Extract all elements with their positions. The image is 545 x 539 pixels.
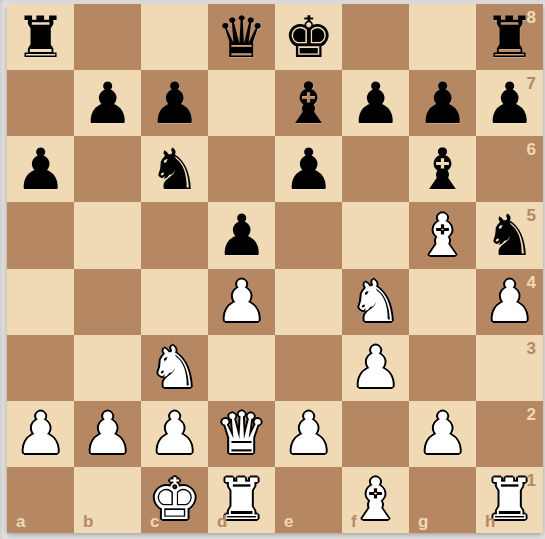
square-h7[interactable]: ♟7 bbox=[476, 70, 543, 136]
rank-label-3: 3 bbox=[527, 340, 536, 357]
rank-label-6: 6 bbox=[527, 141, 536, 158]
black-bishop[interactable]: ♝ bbox=[409, 136, 476, 202]
square-f7[interactable]: ♟ bbox=[342, 70, 409, 136]
square-c5[interactable] bbox=[141, 202, 208, 268]
square-h6[interactable]: 6 bbox=[476, 136, 543, 202]
square-h5[interactable]: ♞5 bbox=[476, 202, 543, 268]
square-f1[interactable]: ♝f bbox=[342, 467, 409, 533]
square-e2[interactable]: ♟ bbox=[275, 401, 342, 467]
white-pawn[interactable]: ♟ bbox=[476, 269, 543, 335]
square-d6[interactable] bbox=[208, 136, 275, 202]
square-c2[interactable]: ♟ bbox=[141, 401, 208, 467]
square-a8[interactable]: ♜ bbox=[7, 4, 74, 70]
square-h1[interactable]: ♜h1 bbox=[476, 467, 543, 533]
white-rook[interactable]: ♜ bbox=[476, 467, 543, 533]
square-g7[interactable]: ♟ bbox=[409, 70, 476, 136]
square-c4[interactable] bbox=[141, 269, 208, 335]
square-c7[interactable]: ♟ bbox=[141, 70, 208, 136]
black-knight[interactable]: ♞ bbox=[476, 202, 543, 268]
black-rook[interactable]: ♜ bbox=[7, 4, 74, 70]
square-a4[interactable] bbox=[7, 269, 74, 335]
square-b8[interactable] bbox=[74, 4, 141, 70]
black-knight[interactable]: ♞ bbox=[141, 136, 208, 202]
square-e8[interactable]: ♚ bbox=[275, 4, 342, 70]
square-e7[interactable]: ♝ bbox=[275, 70, 342, 136]
square-h3[interactable]: 3 bbox=[476, 335, 543, 401]
square-b2[interactable]: ♟ bbox=[74, 401, 141, 467]
square-d8[interactable]: ♛ bbox=[208, 4, 275, 70]
white-bishop[interactable]: ♝ bbox=[342, 467, 409, 533]
square-g6[interactable]: ♝ bbox=[409, 136, 476, 202]
square-a1[interactable]: a bbox=[7, 467, 74, 533]
black-pawn[interactable]: ♟ bbox=[275, 136, 342, 202]
black-pawn[interactable]: ♟ bbox=[409, 70, 476, 136]
black-king[interactable]: ♚ bbox=[275, 4, 342, 70]
square-h8[interactable]: ♜8 bbox=[476, 4, 543, 70]
square-g8[interactable] bbox=[409, 4, 476, 70]
square-c1[interactable]: ♚c bbox=[141, 467, 208, 533]
square-d5[interactable]: ♟ bbox=[208, 202, 275, 268]
white-pawn[interactable]: ♟ bbox=[7, 401, 74, 467]
white-bishop[interactable]: ♝ bbox=[409, 202, 476, 268]
rank-label-2: 2 bbox=[527, 406, 536, 423]
white-king[interactable]: ♚ bbox=[141, 467, 208, 533]
black-pawn[interactable]: ♟ bbox=[7, 136, 74, 202]
white-rook[interactable]: ♜ bbox=[208, 467, 275, 533]
square-e1[interactable]: e bbox=[275, 467, 342, 533]
square-a7[interactable] bbox=[7, 70, 74, 136]
page-background: ♜♛♚♜8♟♟♝♟♟♟7♟♞♟♝6♟♝♞5♟♞♟4♞♟3♟♟♟♛♟♟2ab♚c♜… bbox=[0, 0, 545, 539]
square-g1[interactable]: g bbox=[409, 467, 476, 533]
file-label-g: g bbox=[418, 513, 428, 530]
square-d4[interactable]: ♟ bbox=[208, 269, 275, 335]
square-d3[interactable] bbox=[208, 335, 275, 401]
square-e4[interactable] bbox=[275, 269, 342, 335]
square-g2[interactable]: ♟ bbox=[409, 401, 476, 467]
square-e6[interactable]: ♟ bbox=[275, 136, 342, 202]
square-d1[interactable]: ♜d bbox=[208, 467, 275, 533]
square-d7[interactable] bbox=[208, 70, 275, 136]
square-b1[interactable]: b bbox=[74, 467, 141, 533]
square-e5[interactable] bbox=[275, 202, 342, 268]
square-a3[interactable] bbox=[7, 335, 74, 401]
white-pawn[interactable]: ♟ bbox=[208, 269, 275, 335]
square-f5[interactable] bbox=[342, 202, 409, 268]
white-pawn[interactable]: ♟ bbox=[275, 401, 342, 467]
white-queen[interactable]: ♛ bbox=[208, 401, 275, 467]
square-g3[interactable] bbox=[409, 335, 476, 401]
square-a5[interactable] bbox=[7, 202, 74, 268]
square-h4[interactable]: ♟4 bbox=[476, 269, 543, 335]
black-pawn[interactable]: ♟ bbox=[141, 70, 208, 136]
white-pawn[interactable]: ♟ bbox=[141, 401, 208, 467]
square-f4[interactable]: ♞ bbox=[342, 269, 409, 335]
black-queen[interactable]: ♛ bbox=[208, 4, 275, 70]
square-f6[interactable] bbox=[342, 136, 409, 202]
square-h2[interactable]: 2 bbox=[476, 401, 543, 467]
square-g5[interactable]: ♝ bbox=[409, 202, 476, 268]
chess-board: ♜♛♚♜8♟♟♝♟♟♟7♟♞♟♝6♟♝♞5♟♞♟4♞♟3♟♟♟♛♟♟2ab♚c♜… bbox=[7, 4, 543, 533]
file-label-e: e bbox=[284, 513, 293, 530]
square-c3[interactable]: ♞ bbox=[141, 335, 208, 401]
file-label-b: b bbox=[83, 513, 93, 530]
square-b4[interactable] bbox=[74, 269, 141, 335]
square-b7[interactable]: ♟ bbox=[74, 70, 141, 136]
square-f3[interactable]: ♟ bbox=[342, 335, 409, 401]
square-e3[interactable] bbox=[275, 335, 342, 401]
black-pawn[interactable]: ♟ bbox=[74, 70, 141, 136]
square-d2[interactable]: ♛ bbox=[208, 401, 275, 467]
black-pawn[interactable]: ♟ bbox=[476, 70, 543, 136]
square-a6[interactable]: ♟ bbox=[7, 136, 74, 202]
square-f8[interactable] bbox=[342, 4, 409, 70]
black-pawn[interactable]: ♟ bbox=[342, 70, 409, 136]
file-label-a: a bbox=[16, 513, 25, 530]
white-pawn[interactable]: ♟ bbox=[342, 335, 409, 401]
white-knight[interactable]: ♞ bbox=[141, 335, 208, 401]
square-a2[interactable]: ♟ bbox=[7, 401, 74, 467]
square-g4[interactable] bbox=[409, 269, 476, 335]
white-pawn[interactable]: ♟ bbox=[74, 401, 141, 467]
square-c6[interactable]: ♞ bbox=[141, 136, 208, 202]
black-rook[interactable]: ♜ bbox=[476, 4, 543, 70]
white-pawn[interactable]: ♟ bbox=[409, 401, 476, 467]
square-b5[interactable] bbox=[74, 202, 141, 268]
square-b3[interactable] bbox=[74, 335, 141, 401]
square-c8[interactable] bbox=[141, 4, 208, 70]
black-bishop[interactable]: ♝ bbox=[275, 70, 342, 136]
white-knight[interactable]: ♞ bbox=[342, 269, 409, 335]
black-pawn[interactable]: ♟ bbox=[208, 202, 275, 268]
square-f2[interactable] bbox=[342, 401, 409, 467]
square-b6[interactable] bbox=[74, 136, 141, 202]
